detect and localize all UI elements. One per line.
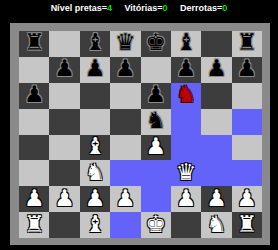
piece-white-bishop[interactable]: ♝	[85, 135, 106, 159]
square-d2[interactable]: ♟	[110, 186, 140, 212]
square-g1[interactable]: ♞	[201, 212, 231, 238]
piece-black-pawn[interactable]: ♟	[206, 57, 227, 81]
piece-white-knight[interactable]: ♞	[85, 160, 106, 184]
piece-black-pawn[interactable]: ♟	[237, 57, 258, 81]
square-b7[interactable]: ♟	[49, 57, 79, 83]
piece-white-king[interactable]: ♚	[145, 212, 166, 236]
piece-black-pawn[interactable]: ♟	[24, 83, 45, 107]
black-level-group: Nível pretas=4	[51, 3, 112, 13]
piece-white-pawn[interactable]: ♟	[145, 135, 166, 159]
square-c6[interactable]	[80, 83, 110, 109]
square-e2[interactable]	[141, 186, 171, 212]
piece-white-pawn[interactable]: ♟	[54, 186, 75, 210]
losses-group: Derrotas=0	[180, 3, 227, 13]
wins-group: Vitórias=0	[124, 3, 167, 13]
square-d3[interactable]	[110, 160, 140, 186]
black-level-label: Nível pretas=	[51, 3, 107, 13]
square-a4[interactable]	[19, 135, 49, 161]
piece-white-pawn[interactable]: ♟	[206, 186, 227, 210]
piece-white-bishop[interactable]: ♝	[85, 212, 106, 236]
piece-black-rook[interactable]: ♜	[237, 31, 258, 55]
square-g6[interactable]	[201, 83, 231, 109]
square-a5[interactable]	[19, 109, 49, 135]
square-a1[interactable]: ♜	[19, 212, 49, 238]
square-h4[interactable]	[232, 135, 262, 161]
wins-value: 0	[163, 3, 168, 13]
black-level-value: 4	[107, 3, 112, 13]
piece-white-pawn[interactable]: ♟	[24, 186, 45, 210]
square-g5[interactable]	[201, 109, 231, 135]
chess-board: ♜♝♛♚♝♜♟♟♟♟♟♟♟♟♞♞♝♟♞♛♟♟♟♟♟♟♟♜♝♚♞♜	[19, 31, 262, 238]
square-a8[interactable]: ♜	[19, 31, 49, 57]
piece-black-king[interactable]: ♚	[145, 31, 166, 55]
square-g8[interactable]	[201, 31, 231, 57]
piece-black-pawn[interactable]: ♟	[145, 83, 166, 107]
app-window: Nível pretas=4 Vitórias=0 Derrotas=0 ♜♝♛…	[0, 0, 278, 250]
square-f6[interactable]: ♞	[171, 83, 201, 109]
piece-white-queen[interactable]: ♛	[176, 160, 197, 184]
square-e4[interactable]: ♟	[141, 135, 171, 161]
square-c8[interactable]: ♝	[80, 31, 110, 57]
square-d8[interactable]: ♛	[110, 31, 140, 57]
square-a2[interactable]: ♟	[19, 186, 49, 212]
piece-white-rook[interactable]: ♜	[237, 212, 258, 236]
square-g7[interactable]: ♟	[201, 57, 231, 83]
square-b8[interactable]	[49, 31, 79, 57]
square-c7[interactable]: ♟	[80, 57, 110, 83]
piece-black-pawn[interactable]: ♟	[176, 57, 197, 81]
square-h2[interactable]: ♟	[232, 186, 262, 212]
square-f3[interactable]: ♛	[171, 160, 201, 186]
square-f4[interactable]	[171, 135, 201, 161]
square-g4[interactable]	[201, 135, 231, 161]
piece-white-pawn[interactable]: ♟	[237, 186, 258, 210]
square-f7[interactable]: ♟	[171, 57, 201, 83]
square-f1[interactable]	[171, 212, 201, 238]
square-h8[interactable]: ♜	[232, 31, 262, 57]
piece-black-pawn[interactable]: ♟	[54, 57, 75, 81]
board-frame: ♜♝♛♚♝♜♟♟♟♟♟♟♟♟♞♞♝♟♞♛♟♟♟♟♟♟♟♜♝♚♞♜	[10, 23, 270, 245]
piece-black-rook[interactable]: ♜	[24, 31, 45, 55]
square-e6[interactable]: ♟	[141, 83, 171, 109]
square-g3[interactable]	[201, 160, 231, 186]
losses-value: 0	[222, 3, 227, 13]
piece-black-bishop[interactable]: ♝	[176, 31, 197, 55]
piece-white-pawn[interactable]: ♟	[85, 186, 106, 210]
square-h5[interactable]	[232, 109, 262, 135]
square-d5[interactable]	[110, 109, 140, 135]
piece-white-knight[interactable]: ♞	[206, 212, 227, 236]
square-a7[interactable]	[19, 57, 49, 83]
square-h1[interactable]: ♜	[232, 212, 262, 238]
square-f5[interactable]	[171, 109, 201, 135]
square-h3[interactable]	[232, 160, 262, 186]
square-a6[interactable]: ♟	[19, 83, 49, 109]
square-d1[interactable]	[110, 212, 140, 238]
piece-white-rook[interactable]: ♜	[24, 212, 45, 236]
piece-white-pawn[interactable]: ♟	[115, 186, 136, 210]
square-e8[interactable]: ♚	[141, 31, 171, 57]
piece-black-pawn[interactable]: ♟	[85, 57, 106, 81]
wins-label: Vitórias=	[124, 3, 162, 13]
square-c5[interactable]	[80, 109, 110, 135]
square-d7[interactable]: ♟	[110, 57, 140, 83]
square-f2[interactable]: ♟	[171, 186, 201, 212]
piece-black-bishop[interactable]: ♝	[85, 31, 106, 55]
square-e1[interactable]: ♚	[141, 212, 171, 238]
losses-label: Derrotas=	[180, 3, 222, 13]
square-e7[interactable]	[141, 57, 171, 83]
status-bar: Nível pretas=4 Vitórias=0 Derrotas=0	[0, 3, 278, 13]
square-b2[interactable]: ♟	[49, 186, 79, 212]
piece-black-knight[interactable]: ♞	[145, 109, 166, 133]
square-h6[interactable]	[232, 83, 262, 109]
square-c1[interactable]: ♝	[80, 212, 110, 238]
piece-black-queen[interactable]: ♛	[115, 31, 136, 55]
square-g2[interactable]: ♟	[201, 186, 231, 212]
square-c2[interactable]: ♟	[80, 186, 110, 212]
square-d4[interactable]	[110, 135, 140, 161]
square-d6[interactable]	[110, 83, 140, 109]
square-b4[interactable]	[49, 135, 79, 161]
square-e5[interactable]: ♞	[141, 109, 171, 135]
piece-black-knight[interactable]: ♞	[176, 83, 197, 107]
square-b6[interactable]	[49, 83, 79, 109]
square-b5[interactable]	[49, 109, 79, 135]
square-c4[interactable]: ♝	[80, 135, 110, 161]
square-c3[interactable]: ♞	[80, 160, 110, 186]
square-h7[interactable]: ♟	[232, 57, 262, 83]
square-f8[interactable]: ♝	[171, 31, 201, 57]
square-e3[interactable]	[141, 160, 171, 186]
square-b1[interactable]	[49, 212, 79, 238]
piece-white-pawn[interactable]: ♟	[176, 186, 197, 210]
square-a3[interactable]	[19, 160, 49, 186]
piece-black-pawn[interactable]: ♟	[115, 57, 136, 81]
square-b3[interactable]	[49, 160, 79, 186]
